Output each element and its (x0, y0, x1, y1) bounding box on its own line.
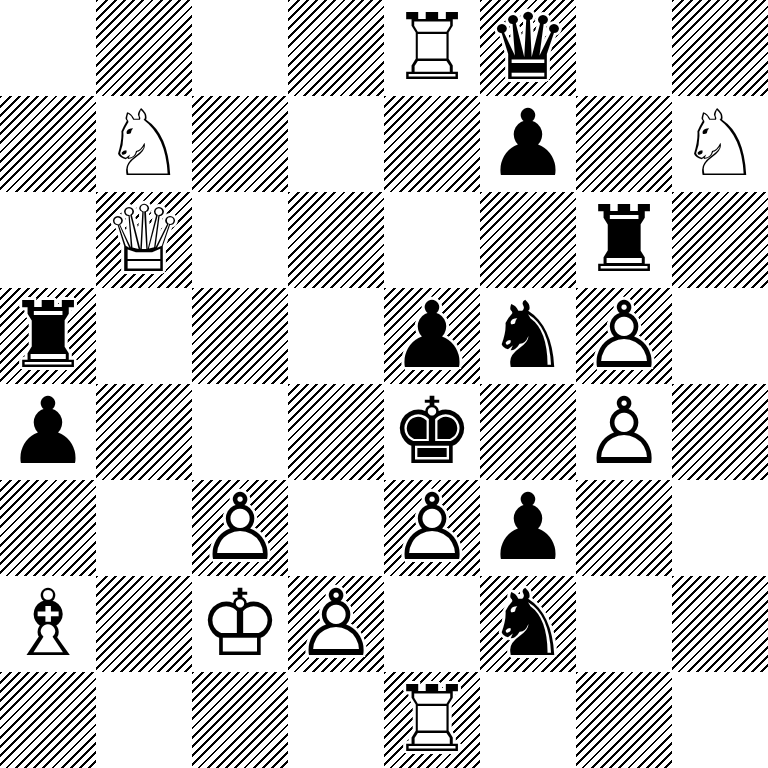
piece-white-knight: ♞♘ (96, 96, 192, 192)
square-h1[interactable] (672, 672, 768, 768)
square-a2[interactable]: ♝♗ (0, 576, 96, 672)
square-b6[interactable]: ♛♕ (96, 192, 192, 288)
square-f1[interactable] (480, 672, 576, 768)
square-f7[interactable]: ♟♟ (480, 96, 576, 192)
square-a3[interactable] (0, 480, 96, 576)
square-d5[interactable] (288, 288, 384, 384)
piece-white-pawn: ♟♙ (576, 288, 672, 384)
piece-white-queen: ♛♕ (96, 192, 192, 288)
white-pawn-icon: ♙ (576, 288, 672, 384)
square-f5[interactable]: ♞♞ (480, 288, 576, 384)
square-d6[interactable] (288, 192, 384, 288)
square-g6[interactable]: ♜♜ (576, 192, 672, 288)
piece-black-pawn: ♟♟ (0, 384, 96, 480)
square-g2[interactable] (576, 576, 672, 672)
black-pawn-icon: ♟ (384, 288, 480, 384)
square-c3[interactable]: ♟♙ (192, 480, 288, 576)
black-queen-icon: ♛ (480, 0, 576, 96)
square-b2[interactable] (96, 576, 192, 672)
square-b7[interactable]: ♞♘ (96, 96, 192, 192)
black-pawn-icon: ♟ (480, 96, 576, 192)
square-c2[interactable]: ♚♔ (192, 576, 288, 672)
square-h5[interactable] (672, 288, 768, 384)
white-bishop-icon: ♗ (0, 576, 96, 672)
square-f6[interactable] (480, 192, 576, 288)
piece-black-pawn: ♟♟ (384, 288, 480, 384)
square-b5[interactable] (96, 288, 192, 384)
square-h3[interactable] (672, 480, 768, 576)
square-a4[interactable]: ♟♟ (0, 384, 96, 480)
piece-white-knight: ♞♘ (672, 96, 768, 192)
square-c8[interactable] (192, 0, 288, 96)
square-a8[interactable] (0, 0, 96, 96)
square-e8[interactable]: ♜♖ (384, 0, 480, 96)
square-f3[interactable]: ♟♟ (480, 480, 576, 576)
white-pawn-icon: ♙ (576, 384, 672, 480)
white-knight-icon: ♘ (672, 96, 768, 192)
piece-white-pawn: ♟♙ (288, 576, 384, 672)
square-e1[interactable]: ♜♖ (384, 672, 480, 768)
piece-black-king: ♚♚ (384, 384, 480, 480)
square-g5[interactable]: ♟♙ (576, 288, 672, 384)
square-e4[interactable]: ♚♚ (384, 384, 480, 480)
square-g3[interactable] (576, 480, 672, 576)
square-g1[interactable] (576, 672, 672, 768)
square-c1[interactable] (192, 672, 288, 768)
square-f4[interactable] (480, 384, 576, 480)
black-pawn-icon: ♟ (0, 384, 96, 480)
white-rook-icon: ♖ (384, 672, 480, 768)
square-d4[interactable] (288, 384, 384, 480)
white-pawn-icon: ♙ (192, 480, 288, 576)
white-knight-icon: ♘ (96, 96, 192, 192)
square-e2[interactable] (384, 576, 480, 672)
black-rook-icon: ♜ (576, 192, 672, 288)
piece-black-rook: ♜♜ (576, 192, 672, 288)
chessboard: ♜♖♛♛♞♘♟♟♞♘♛♕♜♜♜♜♟♟♞♞♟♙♟♟♚♚♟♙♟♙♟♙♟♟♝♗♚♔♟♙… (0, 0, 768, 768)
white-pawn-icon: ♙ (384, 480, 480, 576)
piece-white-pawn: ♟♙ (192, 480, 288, 576)
white-pawn-icon: ♙ (288, 576, 384, 672)
square-h8[interactable] (672, 0, 768, 96)
black-rook-icon: ♜ (0, 288, 96, 384)
square-a6[interactable] (0, 192, 96, 288)
square-e7[interactable] (384, 96, 480, 192)
square-c7[interactable] (192, 96, 288, 192)
piece-white-rook: ♜♖ (384, 0, 480, 96)
white-queen-icon: ♕ (96, 192, 192, 288)
square-c5[interactable] (192, 288, 288, 384)
piece-black-queen: ♛♛ (480, 0, 576, 96)
square-h6[interactable] (672, 192, 768, 288)
piece-white-rook: ♜♖ (384, 672, 480, 768)
square-b4[interactable] (96, 384, 192, 480)
square-e5[interactable]: ♟♟ (384, 288, 480, 384)
square-b8[interactable] (96, 0, 192, 96)
square-d2[interactable]: ♟♙ (288, 576, 384, 672)
black-pawn-icon: ♟ (480, 480, 576, 576)
square-b3[interactable] (96, 480, 192, 576)
square-a5[interactable]: ♜♜ (0, 288, 96, 384)
square-d8[interactable] (288, 0, 384, 96)
black-knight-icon: ♞ (480, 576, 576, 672)
square-d3[interactable] (288, 480, 384, 576)
square-e6[interactable] (384, 192, 480, 288)
square-g4[interactable]: ♟♙ (576, 384, 672, 480)
square-f8[interactable]: ♛♛ (480, 0, 576, 96)
piece-white-pawn: ♟♙ (384, 480, 480, 576)
square-d7[interactable] (288, 96, 384, 192)
square-h7[interactable]: ♞♘ (672, 96, 768, 192)
square-g7[interactable] (576, 96, 672, 192)
square-a1[interactable] (0, 672, 96, 768)
square-b1[interactable] (96, 672, 192, 768)
square-h4[interactable] (672, 384, 768, 480)
black-knight-icon: ♞ (480, 288, 576, 384)
piece-white-king: ♚♔ (192, 576, 288, 672)
piece-black-knight: ♞♞ (480, 576, 576, 672)
square-f2[interactable]: ♞♞ (480, 576, 576, 672)
square-a7[interactable] (0, 96, 96, 192)
piece-black-pawn: ♟♟ (480, 480, 576, 576)
square-e3[interactable]: ♟♙ (384, 480, 480, 576)
square-c6[interactable] (192, 192, 288, 288)
square-g8[interactable] (576, 0, 672, 96)
white-rook-icon: ♖ (384, 0, 480, 96)
black-king-icon: ♚ (384, 384, 480, 480)
square-h2[interactable] (672, 576, 768, 672)
square-c4[interactable] (192, 384, 288, 480)
piece-black-knight: ♞♞ (480, 288, 576, 384)
piece-white-bishop: ♝♗ (0, 576, 96, 672)
white-king-icon: ♔ (192, 576, 288, 672)
piece-black-rook: ♜♜ (0, 288, 96, 384)
piece-black-pawn: ♟♟ (480, 96, 576, 192)
square-d1[interactable] (288, 672, 384, 768)
piece-white-pawn: ♟♙ (576, 384, 672, 480)
